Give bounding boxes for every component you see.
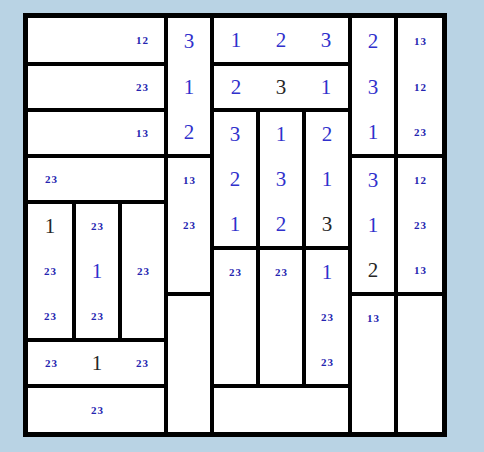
cell-r5c9[interactable]: 23 [396,202,442,248]
cell-r2c2[interactable] [74,64,120,110]
page-background: { "game": "one-two-three triomino puzzle… [0,0,484,452]
pencilmark-value: 23 [320,357,334,368]
pencilmark-value: 13 [135,128,149,139]
cell-r9c6[interactable] [258,386,304,432]
cell-r1c6[interactable]: 2 [258,18,304,64]
cell-r7c3[interactable] [120,294,166,340]
cell-r8c3[interactable]: 23 [120,340,166,386]
entered-digit: 3 [184,31,195,52]
cell-r9c9[interactable] [396,386,442,432]
cell-r4c3[interactable] [120,156,166,202]
pencilmark-value: 23 [43,266,57,277]
cell-r4c2[interactable] [74,156,120,202]
cell-r2c6[interactable]: 3 [258,64,304,110]
entered-digit: 1 [368,215,379,236]
cell-r2c3[interactable]: 23 [120,64,166,110]
cell-r5c6[interactable]: 2 [258,202,304,248]
pencilmark-value: 12 [413,175,427,186]
cell-r4c8[interactable]: 3 [350,156,396,202]
entered-digit: 1 [368,122,379,143]
entered-digit: 3 [368,77,379,98]
entered-digit: 3 [368,170,379,191]
cell-r8c7[interactable]: 23 [304,340,350,386]
cell-r9c8[interactable] [350,386,396,432]
entered-digit: 2 [231,77,242,98]
pencilmark-value: 23 [413,220,427,231]
cell-r2c8[interactable]: 3 [350,64,396,110]
cell-r4c1[interactable]: 23 [28,156,74,202]
cell-r6c3[interactable]: 23 [120,248,166,294]
cell-r4c6[interactable]: 3 [258,156,304,202]
entered-digit: 1 [321,77,332,98]
entered-digit: 2 [276,214,287,235]
cell-r9c7[interactable] [304,386,350,432]
entered-digit: 1 [276,124,287,145]
cell-r8c8[interactable] [350,340,396,386]
cell-r3c3[interactable]: 13 [120,110,166,156]
cell-r3c4[interactable]: 2 [166,110,212,156]
cell-r3c7[interactable]: 2 [304,110,350,156]
cell-r3c5[interactable]: 3 [212,110,258,156]
pencilmark-value: 23 [182,220,196,231]
given-digit: 2 [368,260,379,281]
cell-r9c2[interactable]: 23 [74,386,120,432]
cell-r6c5[interactable]: 23 [212,248,258,294]
entered-digit: 1 [230,214,241,235]
cell-r1c1[interactable] [28,18,74,64]
pencilmark-value: 13 [366,313,380,324]
entered-digit: 2 [184,122,195,143]
cell-r8c2[interactable]: 1 [74,340,120,386]
entered-digit: 3 [321,30,332,51]
cell-r5c2[interactable]: 23 [74,202,120,248]
given-digit: 1 [92,353,103,374]
cell-r2c9[interactable]: 12 [396,64,442,110]
cell-r6c2[interactable]: 1 [74,248,120,294]
pencilmark-value: 23 [43,311,57,322]
entered-digit: 2 [322,124,333,145]
pencilmark-value: 12 [135,35,149,46]
entered-digit: 2 [276,30,287,51]
cell-r7c2[interactable]: 23 [74,294,120,340]
pencilmark-value: 23 [90,221,104,232]
cell-r6c1[interactable]: 23 [28,248,74,294]
cell-r3c6[interactable]: 1 [258,110,304,156]
cell-r1c8[interactable]: 2 [350,18,396,64]
cell-r4c4[interactable]: 13 [166,156,212,202]
cell-r8c6[interactable] [258,340,304,386]
cell-r7c8[interactable]: 13 [350,294,396,340]
entered-digit: 1 [322,169,333,190]
pencilmark-value: 23 [413,127,427,138]
cell-r8c4[interactable] [166,340,212,386]
pencilmark-value: 13 [182,175,196,186]
cell-r6c6[interactable]: 23 [258,248,304,294]
cell-r7c5[interactable] [212,294,258,340]
cell-r5c5[interactable]: 1 [212,202,258,248]
pencilmark-value: 23 [274,267,288,278]
cell-r2c1[interactable] [28,64,74,110]
cell-r6c9[interactable]: 13 [396,248,442,294]
cell-r7c1[interactable]: 23 [28,294,74,340]
pencilmark-value: 23 [136,266,150,277]
cell-r7c4[interactable] [166,294,212,340]
cell-r1c2[interactable] [74,18,120,64]
cell-r1c3[interactable]: 12 [120,18,166,64]
cell-r5c4[interactable]: 23 [166,202,212,248]
given-digit: 3 [276,77,287,98]
cell-r4c5[interactable]: 2 [212,156,258,202]
cell-r1c7[interactable]: 3 [304,18,350,64]
pencilmark-value: 13 [413,36,427,47]
cell-r8c5[interactable] [212,340,258,386]
cell-r3c2[interactable] [74,110,120,156]
cell-r9c3[interactable] [120,386,166,432]
entered-digit: 1 [322,262,333,283]
cell-r5c3[interactable] [120,202,166,248]
pencilmark-value: 23 [228,267,242,278]
entered-digit: 2 [368,31,379,52]
cell-r7c9[interactable] [396,294,442,340]
cell-r3c9[interactable]: 23 [396,110,442,156]
cell-r2c4[interactable]: 1 [166,64,212,110]
cell-r1c9[interactable]: 13 [396,18,442,64]
entered-digit: 2 [230,169,241,190]
entered-digit: 1 [231,30,242,51]
cell-r6c4[interactable] [166,248,212,294]
cell-r1c5[interactable]: 1 [212,18,258,64]
cell-r9c1[interactable] [28,386,74,432]
cell-r5c7[interactable]: 3 [304,202,350,248]
given-digit: 3 [322,214,333,235]
pencilmark-value: 23 [44,358,58,369]
cell-r6c8[interactable]: 2 [350,248,396,294]
pencilmark-value: 12 [413,82,427,93]
pencilmark-value: 13 [413,265,427,276]
cell-r2c7[interactable]: 1 [304,64,350,110]
entered-digit: 3 [276,169,287,190]
pencilmark-value: 23 [135,358,149,369]
cell-r4c9[interactable]: 12 [396,156,442,202]
cell-r8c1[interactable]: 23 [28,340,74,386]
cell-r7c7[interactable]: 23 [304,294,350,340]
entered-digit: 3 [230,124,241,145]
cell-r4c7[interactable]: 1 [304,156,350,202]
cell-r1c4[interactable]: 3 [166,18,212,64]
cell-r5c8[interactable]: 1 [350,202,396,248]
cell-r7c6[interactable] [258,294,304,340]
pencilmark-value: 23 [135,82,149,93]
pencilmark-value: 23 [44,174,58,185]
pencilmark-value: 23 [90,405,104,416]
cell-r5c1[interactable]: 1 [28,202,74,248]
pencilmark-value: 23 [320,312,334,323]
given-digit: 1 [45,216,56,237]
cell-r6c7[interactable]: 1 [304,248,350,294]
cell-r9c4[interactable] [166,386,212,432]
entered-digit: 1 [184,77,195,98]
puzzle-board: 1231232132312313121323121232313231312123… [23,13,447,437]
pencilmark-value: 23 [90,311,104,322]
cell-r8c9[interactable] [396,340,442,386]
entered-digit: 1 [92,261,103,282]
cell-r2c5[interactable]: 2 [212,64,258,110]
cell-r3c8[interactable]: 1 [350,110,396,156]
cell-r9c5[interactable] [212,386,258,432]
cell-r3c1[interactable] [28,110,74,156]
